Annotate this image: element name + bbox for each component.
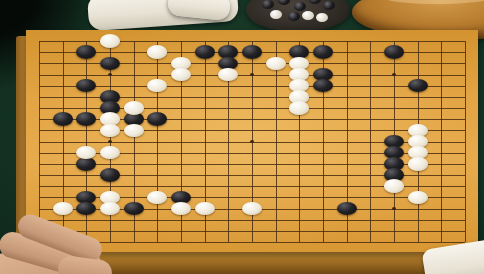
black-stone[interactable] [147, 112, 167, 126]
white-stone[interactable] [147, 191, 167, 205]
black-stone[interactable] [76, 202, 96, 216]
white-stone[interactable] [76, 146, 96, 160]
board-front-face [54, 250, 480, 274]
captured-black-stone [278, 0, 290, 5]
white-stone[interactable] [408, 191, 428, 205]
captured-black-stone [294, 2, 306, 11]
star-point [392, 73, 396, 76]
black-stone[interactable] [337, 202, 357, 216]
black-stone[interactable] [195, 45, 215, 59]
captured-white-stone [270, 10, 282, 19]
grid-line-v [370, 41, 371, 242]
captured-black-stone [262, 0, 274, 9]
black-stone[interactable] [76, 45, 96, 59]
grid-line-h [39, 242, 465, 243]
white-stone[interactable] [100, 146, 120, 160]
grid-line-h [39, 231, 465, 232]
captured-black-stone [323, 1, 335, 10]
white-stone[interactable] [100, 202, 120, 216]
white-stone[interactable] [124, 124, 144, 138]
star-point [108, 73, 112, 76]
black-stone[interactable] [76, 157, 96, 171]
star-point [250, 140, 254, 143]
grid-line-v [276, 41, 277, 242]
black-stone[interactable] [384, 45, 404, 59]
black-stone[interactable] [76, 79, 96, 93]
white-stone[interactable] [195, 202, 215, 216]
grid-line-v [465, 41, 466, 242]
black-stone[interactable] [76, 112, 96, 126]
black-stone[interactable] [313, 79, 333, 93]
go-game-photo [0, 0, 484, 274]
white-stone[interactable] [242, 202, 262, 216]
white-stone[interactable] [147, 45, 167, 59]
white-stone[interactable] [218, 68, 238, 82]
captured-black-stone [288, 12, 300, 21]
star-point [250, 73, 254, 76]
black-stone[interactable] [313, 45, 333, 59]
black-stone[interactable] [124, 202, 144, 216]
black-stone[interactable] [408, 79, 428, 93]
black-stone[interactable] [100, 57, 120, 71]
white-stone[interactable] [100, 34, 120, 48]
star-point [108, 140, 112, 143]
captured-white-stone [316, 13, 328, 22]
captured-black-stone [309, 0, 321, 4]
black-stone[interactable] [53, 112, 73, 126]
white-stone[interactable] [147, 79, 167, 93]
bowl-highlight [382, 0, 484, 4]
white-stone[interactable] [124, 101, 144, 115]
white-stone[interactable] [53, 202, 73, 216]
white-stone[interactable] [289, 101, 309, 115]
white-stone[interactable] [384, 179, 404, 193]
white-stone[interactable] [100, 124, 120, 138]
white-stone[interactable] [171, 68, 191, 82]
black-stone[interactable] [242, 45, 262, 59]
white-stone[interactable] [408, 157, 428, 171]
black-stone[interactable] [100, 168, 120, 182]
go-board[interactable] [26, 30, 478, 252]
grid-line-v [441, 41, 442, 242]
white-stone[interactable] [171, 202, 191, 216]
captured-white-stone [302, 11, 314, 20]
star-point [392, 207, 396, 210]
grid-line-h [39, 220, 465, 221]
white-stone[interactable] [266, 57, 286, 71]
captured-stones-lid [246, 0, 350, 32]
